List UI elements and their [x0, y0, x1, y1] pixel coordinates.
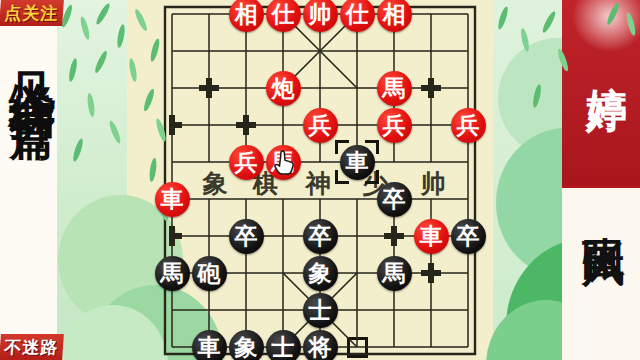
black-piece-象[interactable]: 象 — [229, 330, 264, 360]
river-watermark-char: 帅 — [421, 167, 446, 200]
red-piece-車[interactable]: 車 — [414, 219, 449, 254]
red-piece-兵[interactable]: 兵 — [377, 108, 412, 143]
black-piece-卒[interactable]: 卒 — [377, 182, 412, 217]
black-piece-馬[interactable]: 馬 — [377, 256, 412, 291]
black-piece-砲[interactable]: 砲 — [192, 256, 227, 291]
red-piece-仕[interactable]: 仕 — [340, 0, 375, 32]
river-watermark-char: 象 — [203, 167, 228, 200]
red-piece-帅[interactable]: 帅 — [303, 0, 338, 32]
black-piece-馬[interactable]: 馬 — [155, 256, 190, 291]
black-piece-士[interactable]: 士 — [303, 293, 338, 328]
right-banner-white: 张国风 — [562, 185, 640, 360]
river-watermark-char: 神 — [306, 167, 331, 200]
red-piece-相[interactable]: 相 — [377, 0, 412, 32]
black-piece-卒[interactable]: 卒 — [451, 219, 486, 254]
follow-badge: 点关注 — [0, 0, 64, 26]
black-piece-卒[interactable]: 卒 — [303, 219, 338, 254]
black-piece-象[interactable]: 象 — [303, 256, 338, 291]
hand-cursor-icon — [272, 150, 296, 182]
red-piece-仕[interactable]: 仕 — [266, 0, 301, 32]
black-piece-車[interactable]: 車 — [340, 145, 375, 180]
black-piece-卒[interactable]: 卒 — [229, 219, 264, 254]
player-name-top: 婷婷 — [586, 54, 627, 64]
red-piece-車[interactable]: 車 — [155, 182, 190, 217]
red-piece-兵[interactable]: 兵 — [229, 145, 264, 180]
black-piece-士[interactable]: 士 — [266, 330, 301, 360]
red-piece-兵[interactable]: 兵 — [451, 108, 486, 143]
red-piece-馬[interactable]: 馬 — [377, 71, 412, 106]
red-piece-炮[interactable]: 炮 — [266, 71, 301, 106]
black-piece-将[interactable]: 将 — [303, 330, 338, 360]
black-piece-車[interactable]: 車 — [192, 330, 227, 360]
series-title: 见缝插针篇 — [9, 35, 55, 90]
left-banner: 见缝插针篇 — [0, 0, 57, 360]
red-piece-相[interactable]: 相 — [229, 0, 264, 32]
video-frame: 象棋神少帅 相仕帅仕相炮馬兵兵兵兵馬車車車卒卒卒卒馬砲象馬士車象士将 见缝插针篇… — [0, 0, 640, 360]
red-piece-兵[interactable]: 兵 — [303, 108, 338, 143]
player-name-bottom: 张国风 — [582, 202, 625, 217]
no-lost-badge: 不迷路 — [0, 334, 64, 360]
